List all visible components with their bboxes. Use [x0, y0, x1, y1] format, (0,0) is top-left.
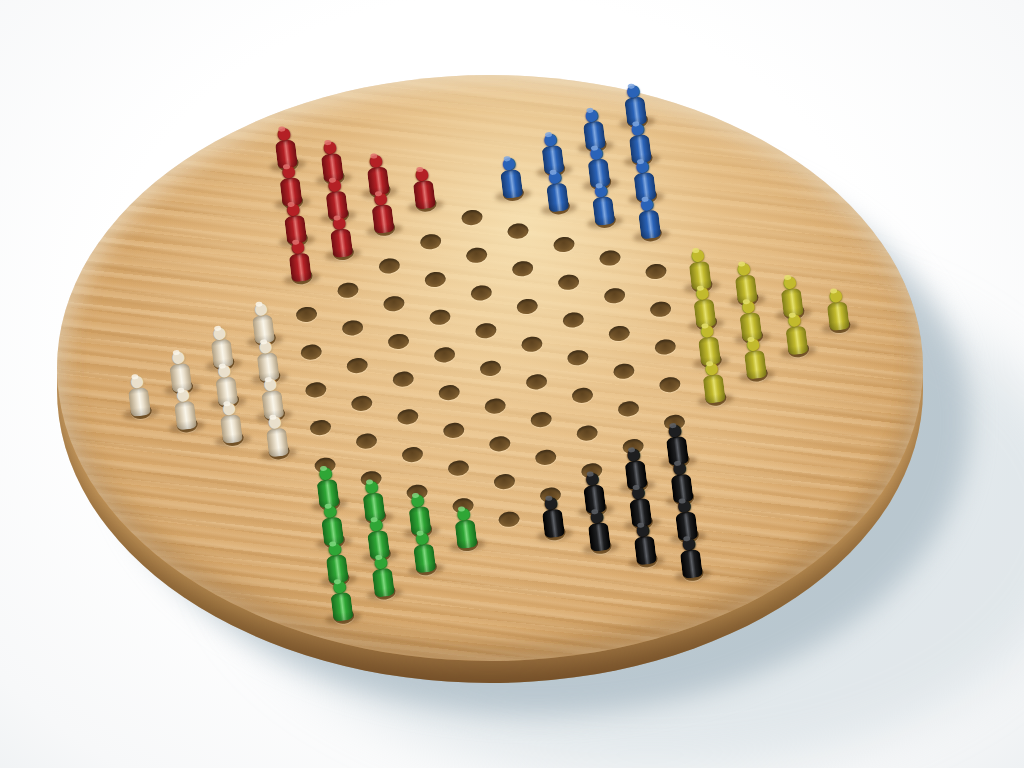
- peg-head-icon: ●: [247, 294, 276, 323]
- peg-head-icon: ●: [311, 458, 340, 487]
- peg-blue[interactable]: ●: [495, 152, 526, 201]
- peg-hole[interactable]: [479, 359, 502, 376]
- peg-hole[interactable]: [493, 472, 516, 489]
- peg-white[interactable]: ●: [123, 370, 154, 419]
- peg-head-icon: ●: [214, 394, 243, 423]
- peg-head-icon: ●: [619, 440, 648, 469]
- peg-hole[interactable]: [557, 273, 580, 290]
- product-photo-scene: ●●●●●●●●●●●●●●●●●●●●●●●●●●●●●●●●●●●●●●●●…: [0, 0, 1024, 768]
- peg-head-icon: ●: [683, 240, 712, 269]
- peg-hole[interactable]: [488, 435, 511, 452]
- peg-head-icon: ●: [320, 170, 349, 199]
- peg-hole[interactable]: [387, 332, 410, 349]
- peg-head-icon: ●: [256, 369, 285, 398]
- peg-head-icon: ●: [205, 318, 234, 347]
- peg-green[interactable]: ●: [408, 526, 439, 575]
- chinese-checkers-board: ●●●●●●●●●●●●●●●●●●●●●●●●●●●●●●●●●●●●●●●●…: [57, 75, 923, 661]
- peg-hole[interactable]: [617, 400, 640, 417]
- peg-head-icon: ●: [269, 119, 298, 148]
- peg-head-icon: ●: [693, 316, 722, 345]
- peg-hole[interactable]: [382, 295, 405, 312]
- peg-head-icon: ●: [366, 547, 395, 576]
- peg-hole[interactable]: [401, 445, 424, 462]
- peg-hole[interactable]: [603, 287, 626, 304]
- peg-hole[interactable]: [299, 343, 322, 360]
- peg-hole[interactable]: [534, 448, 557, 465]
- peg-black[interactable]: ●: [675, 532, 706, 581]
- peg-head-icon: ●: [541, 162, 570, 191]
- peg-head-icon: ●: [660, 415, 689, 444]
- peg-hole[interactable]: [598, 249, 621, 266]
- peg-hole[interactable]: [644, 262, 667, 279]
- peg-hole[interactable]: [304, 381, 327, 398]
- peg-head-icon: ●: [361, 146, 390, 175]
- peg-hole[interactable]: [612, 362, 635, 379]
- peg-head-icon: ●: [495, 149, 524, 178]
- peg-head-icon: ●: [536, 124, 565, 153]
- peg-red[interactable]: ●: [325, 211, 356, 260]
- peg-red[interactable]: ●: [366, 187, 397, 236]
- peg-yellow[interactable]: ●: [822, 284, 853, 333]
- peg-green[interactable]: ●: [449, 502, 480, 551]
- peg-hole[interactable]: [529, 410, 552, 427]
- peg-head-icon: ●: [623, 114, 652, 143]
- peg-head-icon: ●: [697, 354, 726, 383]
- peg-white[interactable]: ●: [215, 397, 246, 446]
- peg-hole[interactable]: [350, 394, 373, 411]
- peg-hole[interactable]: [561, 311, 584, 328]
- peg-blue[interactable]: ●: [541, 165, 572, 214]
- peg-head-icon: ●: [251, 332, 280, 361]
- peg-hole[interactable]: [419, 233, 442, 250]
- peg-head-icon: ●: [587, 176, 616, 205]
- peg-hole[interactable]: [355, 432, 378, 449]
- hole-grid: ●●●●●●●●●●●●●●●●●●●●●●●●●●●●●●●●●●●●●●●●…: [25, 24, 956, 711]
- peg-head-icon: ●: [168, 380, 197, 409]
- peg-hole[interactable]: [423, 270, 446, 287]
- peg-head-icon: ●: [407, 159, 436, 188]
- peg-hole[interactable]: [396, 408, 419, 425]
- peg-hole[interactable]: [460, 208, 483, 225]
- peg-white[interactable]: ●: [169, 383, 200, 432]
- peg-head-icon: ●: [633, 189, 662, 218]
- peg-hole[interactable]: [442, 421, 465, 438]
- peg-hole[interactable]: [377, 257, 400, 274]
- peg-head-icon: ●: [357, 472, 386, 501]
- peg-green[interactable]: ●: [367, 550, 398, 599]
- peg-head-icon: ●: [279, 194, 308, 223]
- peg-head-icon: ●: [325, 208, 354, 237]
- peg-head-icon: ●: [775, 267, 804, 296]
- peg-head-icon: ●: [283, 232, 312, 261]
- peg-hole[interactable]: [566, 349, 589, 366]
- peg-hole[interactable]: [497, 510, 520, 527]
- peg-head-icon: ●: [536, 488, 565, 517]
- peg-head-icon: ●: [408, 523, 437, 552]
- peg-head-icon: ●: [362, 510, 391, 539]
- peg-hole[interactable]: [607, 324, 630, 341]
- peg-head-icon: ●: [315, 132, 344, 161]
- peg-head-icon: ●: [734, 292, 763, 321]
- peg-head-icon: ●: [729, 254, 758, 283]
- peg-head-icon: ●: [739, 329, 768, 358]
- peg-hole[interactable]: [525, 373, 548, 390]
- peg-head-icon: ●: [670, 491, 699, 520]
- peg-head-icon: ●: [582, 502, 611, 531]
- peg-hole[interactable]: [465, 246, 488, 263]
- peg-black[interactable]: ●: [629, 518, 660, 567]
- peg-head-icon: ●: [274, 157, 303, 186]
- peg-head-icon: ●: [619, 76, 648, 105]
- peg-yellow[interactable]: ●: [698, 356, 729, 405]
- peg-hole[interactable]: [506, 222, 529, 239]
- peg-head-icon: ●: [320, 534, 349, 563]
- peg-head-icon: ●: [780, 305, 809, 334]
- peg-black[interactable]: ●: [583, 505, 614, 554]
- peg-hole[interactable]: [571, 386, 594, 403]
- peg-hole[interactable]: [658, 376, 681, 393]
- peg-blue[interactable]: ●: [587, 179, 618, 228]
- peg-hole[interactable]: [428, 308, 451, 325]
- peg-hole[interactable]: [309, 418, 332, 435]
- peg-head-icon: ●: [403, 485, 432, 514]
- peg-head-icon: ●: [164, 342, 193, 371]
- peg-hole[interactable]: [433, 346, 456, 363]
- peg-red[interactable]: ●: [408, 162, 439, 211]
- peg-blue[interactable]: ●: [633, 192, 664, 241]
- peg-hole[interactable]: [515, 297, 538, 314]
- peg-head-icon: ●: [260, 407, 289, 436]
- peg-head-icon: ●: [577, 100, 606, 129]
- peg-head-icon: ●: [366, 184, 395, 213]
- peg-hole[interactable]: [474, 322, 497, 339]
- peg-head-icon: ●: [210, 356, 239, 385]
- peg-green[interactable]: ●: [325, 574, 356, 623]
- peg-head-icon: ●: [582, 138, 611, 167]
- peg-yellow[interactable]: ●: [739, 332, 770, 381]
- peg-head-icon: ●: [316, 496, 345, 525]
- peg-hole[interactable]: [552, 235, 575, 252]
- peg-red[interactable]: ●: [284, 235, 315, 284]
- peg-hole[interactable]: [336, 281, 359, 298]
- peg-hole[interactable]: [447, 459, 470, 476]
- peg-yellow[interactable]: ●: [780, 308, 811, 357]
- peg-hole[interactable]: [575, 424, 598, 441]
- peg-head-icon: ●: [821, 281, 850, 310]
- peg-hole[interactable]: [469, 284, 492, 301]
- peg-hole[interactable]: [345, 357, 368, 374]
- peg-hole[interactable]: [520, 335, 543, 352]
- peg-head-icon: ●: [624, 477, 653, 506]
- peg-head-icon: ●: [665, 453, 694, 482]
- peg-hole[interactable]: [653, 338, 676, 355]
- peg-head-icon: ●: [325, 571, 354, 600]
- peg-hole[interactable]: [341, 319, 364, 336]
- peg-black[interactable]: ●: [537, 491, 568, 540]
- peg-hole[interactable]: [483, 397, 506, 414]
- peg-hole[interactable]: [437, 383, 460, 400]
- peg-head-icon: ●: [628, 515, 657, 544]
- peg-head-icon: ●: [578, 464, 607, 493]
- peg-head-icon: ●: [688, 278, 717, 307]
- peg-hole[interactable]: [511, 260, 534, 277]
- peg-hole[interactable]: [295, 305, 318, 322]
- peg-hole[interactable]: [649, 300, 672, 317]
- peg-hole[interactable]: [391, 370, 414, 387]
- peg-head-icon: ●: [449, 499, 478, 528]
- peg-head-icon: ●: [122, 367, 151, 396]
- peg-head-icon: ●: [674, 529, 703, 558]
- peg-white[interactable]: ●: [261, 410, 292, 459]
- peg-head-icon: ●: [628, 151, 657, 180]
